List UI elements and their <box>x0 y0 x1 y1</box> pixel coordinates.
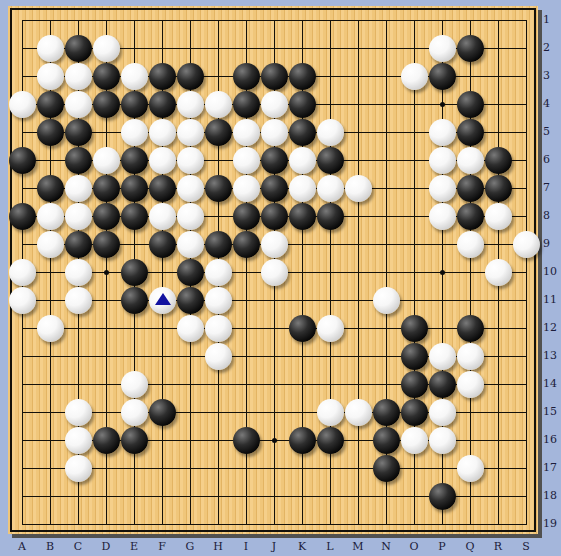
stone-black[interactable] <box>457 35 484 62</box>
row-label: 19 <box>543 517 561 531</box>
stone-white[interactable] <box>233 147 260 174</box>
stone-black[interactable] <box>373 455 400 482</box>
stone-black[interactable] <box>65 35 92 62</box>
stone-white[interactable] <box>261 119 288 146</box>
stone-black[interactable] <box>289 315 316 342</box>
stone-white[interactable] <box>205 91 232 118</box>
row-label: 18 <box>543 489 561 503</box>
stone-white[interactable] <box>65 399 92 426</box>
stone-black[interactable] <box>93 175 120 202</box>
stone-black[interactable] <box>317 427 344 454</box>
stone-black[interactable] <box>233 91 260 118</box>
stone-black[interactable] <box>261 63 288 90</box>
stone-white[interactable] <box>345 399 372 426</box>
stone-white[interactable] <box>149 203 176 230</box>
row-label: 7 <box>543 181 561 195</box>
stone-black[interactable] <box>177 259 204 286</box>
column-label: Q <box>463 540 477 554</box>
column-label: O <box>407 540 421 554</box>
column-label: L <box>323 540 337 554</box>
star-point <box>440 270 445 275</box>
row-label: 15 <box>543 405 561 419</box>
row-label: 17 <box>543 461 561 475</box>
stone-white[interactable] <box>121 371 148 398</box>
column-label: B <box>43 540 57 554</box>
stone-black[interactable] <box>261 203 288 230</box>
column-label: G <box>183 540 197 554</box>
stone-black[interactable] <box>65 147 92 174</box>
stone-white[interactable] <box>121 63 148 90</box>
stone-black[interactable] <box>149 175 176 202</box>
column-label: K <box>295 540 309 554</box>
stone-black[interactable] <box>485 147 512 174</box>
stone-white[interactable] <box>429 427 456 454</box>
stone-white[interactable] <box>177 91 204 118</box>
stone-white[interactable] <box>345 175 372 202</box>
stone-black[interactable] <box>65 231 92 258</box>
row-label: 1 <box>543 13 561 27</box>
stone-white[interactable] <box>37 63 64 90</box>
stone-black[interactable] <box>37 119 64 146</box>
stone-white[interactable] <box>261 231 288 258</box>
stone-white[interactable] <box>177 147 204 174</box>
stone-black[interactable] <box>401 343 428 370</box>
row-label: 4 <box>543 97 561 111</box>
stone-black[interactable] <box>37 175 64 202</box>
stone-white[interactable] <box>177 231 204 258</box>
stone-black[interactable] <box>93 63 120 90</box>
stone-black[interactable] <box>9 203 36 230</box>
stone-white[interactable] <box>457 455 484 482</box>
row-label: 8 <box>543 209 561 223</box>
column-label: C <box>71 540 85 554</box>
stone-white[interactable] <box>429 203 456 230</box>
stone-white[interactable] <box>289 147 316 174</box>
go-app-window: ABCDEFGHIJKLMNOPQRS123456789101112131415… <box>0 0 561 556</box>
grid-line <box>22 524 527 525</box>
stone-black[interactable] <box>261 147 288 174</box>
stone-black[interactable] <box>289 63 316 90</box>
stone-white[interactable] <box>37 231 64 258</box>
stone-black[interactable] <box>93 427 120 454</box>
stone-black[interactable] <box>317 203 344 230</box>
stone-black[interactable] <box>121 91 148 118</box>
stone-black[interactable] <box>121 427 148 454</box>
stone-black[interactable] <box>93 231 120 258</box>
stone-black[interactable] <box>205 119 232 146</box>
stone-white[interactable] <box>429 35 456 62</box>
star-point <box>272 438 277 443</box>
stone-black[interactable] <box>485 175 512 202</box>
stone-black[interactable] <box>177 63 204 90</box>
row-label: 9 <box>543 237 561 251</box>
stone-black[interactable] <box>149 231 176 258</box>
stone-white[interactable] <box>205 343 232 370</box>
stone-white[interactable] <box>9 259 36 286</box>
stone-white[interactable] <box>65 175 92 202</box>
stone-white[interactable] <box>37 315 64 342</box>
stone-white[interactable] <box>65 259 92 286</box>
stone-white[interactable] <box>457 147 484 174</box>
stone-white[interactable] <box>37 203 64 230</box>
stone-white[interactable] <box>9 287 36 314</box>
stone-white[interactable] <box>429 399 456 426</box>
stone-white[interactable] <box>401 63 428 90</box>
grid-line <box>22 300 527 301</box>
stone-black[interactable] <box>289 91 316 118</box>
stone-black[interactable] <box>457 175 484 202</box>
stone-white[interactable] <box>401 427 428 454</box>
stone-white[interactable] <box>121 399 148 426</box>
stone-white[interactable] <box>65 427 92 454</box>
column-label: J <box>267 540 281 554</box>
star-point <box>104 270 109 275</box>
stone-white[interactable] <box>317 399 344 426</box>
stone-white[interactable] <box>9 91 36 118</box>
column-label: N <box>379 540 393 554</box>
stone-black[interactable] <box>401 399 428 426</box>
stone-black[interactable] <box>205 175 232 202</box>
column-label: S <box>519 540 533 554</box>
stone-black[interactable] <box>149 91 176 118</box>
star-point <box>440 102 445 107</box>
stone-black[interactable] <box>401 371 428 398</box>
stone-black[interactable] <box>121 147 148 174</box>
stone-black[interactable] <box>289 203 316 230</box>
stone-black[interactable] <box>121 259 148 286</box>
stone-black[interactable] <box>317 147 344 174</box>
stone-white[interactable] <box>317 175 344 202</box>
stone-white[interactable] <box>205 287 232 314</box>
stone-black[interactable] <box>65 119 92 146</box>
stone-white[interactable] <box>121 119 148 146</box>
stone-black[interactable] <box>121 287 148 314</box>
stone-black[interactable] <box>457 315 484 342</box>
column-label: H <box>211 540 225 554</box>
stone-white[interactable] <box>485 203 512 230</box>
stone-black[interactable] <box>457 91 484 118</box>
row-label: 11 <box>543 293 561 307</box>
stone-black[interactable] <box>177 287 204 314</box>
stone-white[interactable] <box>205 315 232 342</box>
stone-white[interactable] <box>485 259 512 286</box>
stone-white[interactable] <box>65 203 92 230</box>
stone-white[interactable] <box>457 231 484 258</box>
row-label: 16 <box>543 433 561 447</box>
stone-black[interactable] <box>9 147 36 174</box>
stone-white[interactable] <box>205 259 232 286</box>
stone-black[interactable] <box>93 203 120 230</box>
column-label: M <box>351 540 365 554</box>
stone-black[interactable] <box>233 427 260 454</box>
stone-white[interactable] <box>177 119 204 146</box>
stone-white[interactable] <box>149 119 176 146</box>
stone-white[interactable] <box>149 287 176 314</box>
row-label: 2 <box>543 41 561 55</box>
stone-white[interactable] <box>177 175 204 202</box>
row-label: 5 <box>543 125 561 139</box>
column-label: D <box>99 540 113 554</box>
stone-white[interactable] <box>373 287 400 314</box>
column-label: F <box>155 540 169 554</box>
stone-white[interactable] <box>177 315 204 342</box>
stone-white[interactable] <box>317 119 344 146</box>
stone-white[interactable] <box>261 259 288 286</box>
stone-black[interactable] <box>121 175 148 202</box>
stone-black[interactable] <box>429 483 456 510</box>
last-move-marker <box>155 293 171 305</box>
grid-line <box>526 20 527 525</box>
stone-black[interactable] <box>93 91 120 118</box>
stone-black[interactable] <box>37 91 64 118</box>
stone-white[interactable] <box>177 203 204 230</box>
stone-white[interactable] <box>457 371 484 398</box>
stone-white[interactable] <box>429 175 456 202</box>
stone-white[interactable] <box>233 175 260 202</box>
stone-white[interactable] <box>65 91 92 118</box>
column-label: I <box>239 540 253 554</box>
row-label: 12 <box>543 321 561 335</box>
stone-white[interactable] <box>149 147 176 174</box>
stone-white[interactable] <box>65 455 92 482</box>
stone-black[interactable] <box>373 399 400 426</box>
column-label: A <box>15 540 29 554</box>
stone-black[interactable] <box>205 231 232 258</box>
stone-black[interactable] <box>149 63 176 90</box>
stone-white[interactable] <box>65 287 92 314</box>
stone-black[interactable] <box>233 63 260 90</box>
column-label: E <box>127 540 141 554</box>
stone-black[interactable] <box>261 175 288 202</box>
stone-white[interactable] <box>261 91 288 118</box>
stone-black[interactable] <box>233 231 260 258</box>
grid-line <box>22 468 527 469</box>
row-label: 13 <box>543 349 561 363</box>
stone-white[interactable] <box>37 35 64 62</box>
stone-white[interactable] <box>429 343 456 370</box>
stone-white[interactable] <box>513 231 540 258</box>
stone-black[interactable] <box>289 119 316 146</box>
stone-black[interactable] <box>457 203 484 230</box>
stone-white[interactable] <box>93 147 120 174</box>
stone-black[interactable] <box>121 203 148 230</box>
stone-white[interactable] <box>65 63 92 90</box>
stone-black[interactable] <box>149 399 176 426</box>
stone-black[interactable] <box>429 63 456 90</box>
stone-white[interactable] <box>93 35 120 62</box>
stone-white[interactable] <box>429 147 456 174</box>
row-label: 6 <box>543 153 561 167</box>
grid-line <box>358 20 359 525</box>
stone-black[interactable] <box>373 427 400 454</box>
row-label: 3 <box>543 69 561 83</box>
stone-white[interactable] <box>457 343 484 370</box>
stone-black[interactable] <box>289 427 316 454</box>
row-label: 14 <box>543 377 561 391</box>
stone-white[interactable] <box>317 315 344 342</box>
stone-white[interactable] <box>429 119 456 146</box>
grid-line <box>22 328 527 329</box>
row-label: 10 <box>543 265 561 279</box>
column-label: R <box>491 540 505 554</box>
stone-black[interactable] <box>429 371 456 398</box>
stone-white[interactable] <box>289 175 316 202</box>
stone-black[interactable] <box>401 315 428 342</box>
stone-black[interactable] <box>233 203 260 230</box>
stone-white[interactable] <box>233 119 260 146</box>
column-label: P <box>435 540 449 554</box>
stone-black[interactable] <box>457 119 484 146</box>
